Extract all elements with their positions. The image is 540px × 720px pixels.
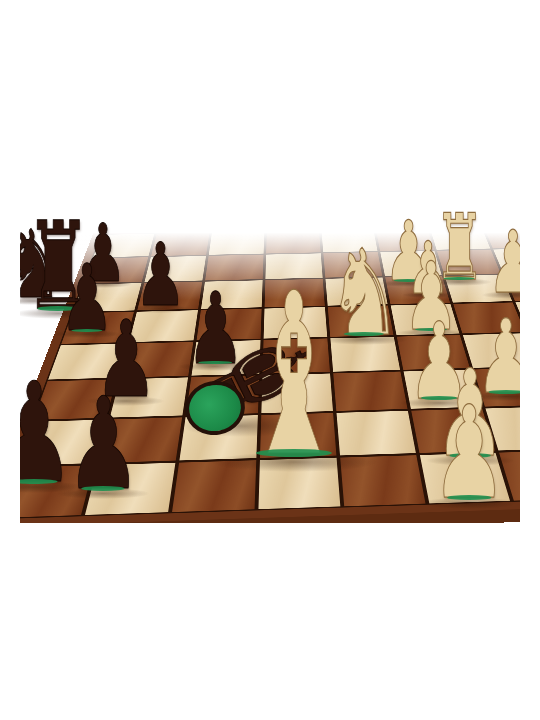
green-felt-base <box>447 495 491 500</box>
white-pawn-icon: ♟ <box>485 219 520 305</box>
board-photo: abcdefgh ♞♜♟♟♟♟♟♟♟♚♟♜♟♟♞♟♝♟♟♟♟ <box>20 150 520 523</box>
frame-coordinate-letter: c <box>232 228 245 231</box>
green-felt-base <box>256 449 332 457</box>
green-felt-base <box>81 486 124 491</box>
piece-white-pawn-g3: ♟ <box>405 389 520 517</box>
frame-coordinate-letter: d <box>287 227 299 230</box>
piece-black-pawn-b3: ♟ <box>40 381 167 508</box>
product-photo-page: abcdefgh ♞♜♟♟♟♟♟♟♟♚♟♜♟♟♞♟♝♟♟♟♟ <box>0 0 540 720</box>
piece-white-bishop-d4: ♝ <box>182 264 406 488</box>
